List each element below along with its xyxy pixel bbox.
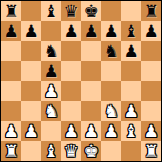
square-e7[interactable]: ♟︎ (81, 21, 101, 41)
square-c3[interactable]: ♞︎ (41, 101, 61, 121)
black-king-piece: ♚︎ (83, 3, 98, 20)
white-knight-piece: ♞︎ (103, 103, 118, 120)
black-queen-piece: ♛︎ (63, 3, 78, 20)
square-g6[interactable]: ♟︎ (121, 41, 141, 61)
white-pawn-piece: ♟︎ (63, 123, 78, 140)
square-f3[interactable]: ♞︎ (101, 101, 121, 121)
black-pawn-piece: ♟︎ (43, 63, 58, 80)
square-a5[interactable] (1, 61, 21, 81)
square-g7[interactable]: ♝︎ (121, 21, 141, 41)
white-king-piece: ♚︎ (83, 143, 98, 160)
white-pawn-piece: ♟︎ (23, 123, 38, 140)
square-d4[interactable] (61, 81, 81, 101)
square-b5[interactable] (21, 61, 41, 81)
square-b8[interactable] (21, 1, 41, 21)
black-knight-piece: ♞︎ (103, 43, 118, 60)
square-f6[interactable]: ♞︎ (101, 41, 121, 61)
square-a3[interactable] (1, 101, 21, 121)
square-f5[interactable] (101, 61, 121, 81)
white-rook-piece: ♜︎ (143, 143, 158, 160)
square-c5[interactable]: ♟︎ (41, 61, 61, 81)
square-f8[interactable] (101, 1, 121, 21)
square-c6[interactable]: ♞︎ (41, 41, 61, 61)
square-a6[interactable] (1, 41, 21, 61)
square-f7[interactable]: ♟︎ (101, 21, 121, 41)
square-d2[interactable]: ♟︎ (61, 121, 81, 141)
square-e2[interactable]: ♟︎ (81, 121, 101, 141)
square-e6[interactable] (81, 41, 101, 61)
square-g2[interactable]: ♝︎ (121, 121, 141, 141)
chess-board: ♜︎♝︎♛︎♚︎♜︎♟︎♟︎♟︎♟︎♟︎♝︎♟︎♞︎♞︎♟︎♟︎♟︎♞︎♞︎♟︎… (0, 0, 162, 162)
square-a7[interactable]: ♟︎ (1, 21, 21, 41)
white-pawn-piece: ♟︎ (3, 123, 18, 140)
white-pawn-piece: ♟︎ (143, 123, 158, 140)
square-f4[interactable] (101, 81, 121, 101)
square-c8[interactable]: ♝︎ (41, 1, 61, 21)
white-pawn-piece: ♟︎ (83, 123, 98, 140)
square-f2[interactable]: ♟︎ (101, 121, 121, 141)
square-h6[interactable] (141, 41, 161, 61)
square-d6[interactable] (61, 41, 81, 61)
square-a2[interactable]: ♟︎ (1, 121, 21, 141)
square-g4[interactable] (121, 81, 141, 101)
black-pawn-piece: ♟︎ (83, 23, 98, 40)
square-b3[interactable] (21, 101, 41, 121)
square-e5[interactable] (81, 61, 101, 81)
black-pawn-piece: ♟︎ (123, 43, 138, 60)
white-knight-piece: ♞︎ (43, 103, 58, 120)
square-e1[interactable]: ♚︎ (81, 141, 101, 161)
square-h7[interactable]: ♟︎ (141, 21, 161, 41)
square-d8[interactable]: ♛︎ (61, 1, 81, 21)
square-c7[interactable] (41, 21, 61, 41)
black-rook-piece: ♜︎ (3, 3, 18, 20)
white-bishop-piece: ♝︎ (123, 123, 138, 140)
black-rook-piece: ♜︎ (143, 3, 158, 20)
square-d1[interactable]: ♛︎ (61, 141, 81, 161)
square-g8[interactable] (121, 1, 141, 21)
black-pawn-piece: ♟︎ (63, 23, 78, 40)
square-b2[interactable]: ♟︎ (21, 121, 41, 141)
square-e8[interactable]: ♚︎ (81, 1, 101, 21)
square-d3[interactable] (61, 101, 81, 121)
square-c2[interactable] (41, 121, 61, 141)
square-h8[interactable]: ♜︎ (141, 1, 161, 21)
black-bishop-piece: ♝︎ (123, 23, 138, 40)
black-pawn-piece: ♟︎ (143, 23, 158, 40)
square-b1[interactable] (21, 141, 41, 161)
white-pawn-piece: ♟︎ (43, 83, 58, 100)
square-g1[interactable] (121, 141, 141, 161)
square-a8[interactable]: ♜︎ (1, 1, 21, 21)
square-e3[interactable] (81, 101, 101, 121)
square-d5[interactable] (61, 61, 81, 81)
square-e4[interactable] (81, 81, 101, 101)
square-b7[interactable]: ♟︎ (21, 21, 41, 41)
square-g3[interactable]: ♟︎ (121, 101, 141, 121)
square-c1[interactable]: ♝︎ (41, 141, 61, 161)
square-b4[interactable] (21, 81, 41, 101)
white-queen-piece: ♛︎ (63, 143, 78, 160)
square-h2[interactable]: ♟︎ (141, 121, 161, 141)
black-pawn-piece: ♟︎ (103, 23, 118, 40)
square-b6[interactable] (21, 41, 41, 61)
white-pawn-piece: ♟︎ (123, 103, 138, 120)
square-h5[interactable] (141, 61, 161, 81)
black-pawn-piece: ♟︎ (23, 23, 38, 40)
white-rook-piece: ♜︎ (3, 143, 18, 160)
white-pawn-piece: ♟︎ (103, 123, 118, 140)
square-h1[interactable]: ♜︎ (141, 141, 161, 161)
square-h4[interactable] (141, 81, 161, 101)
black-bishop-piece: ♝︎ (43, 3, 58, 20)
square-a1[interactable]: ♜︎ (1, 141, 21, 161)
black-pawn-piece: ♟︎ (3, 23, 18, 40)
square-g5[interactable] (121, 61, 141, 81)
square-f1[interactable] (101, 141, 121, 161)
black-knight-piece: ♞︎ (43, 43, 58, 60)
square-c4[interactable]: ♟︎ (41, 81, 61, 101)
square-d7[interactable]: ♟︎ (61, 21, 81, 41)
white-bishop-piece: ♝︎ (43, 143, 58, 160)
square-h3[interactable] (141, 101, 161, 121)
square-a4[interactable] (1, 81, 21, 101)
